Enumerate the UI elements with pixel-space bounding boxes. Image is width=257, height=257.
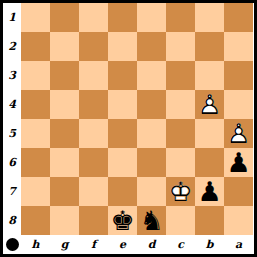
square-f8[interactable] [79, 206, 108, 235]
square-g1[interactable] [50, 3, 79, 32]
square-g2[interactable] [50, 32, 79, 61]
file-label-b: b [195, 235, 224, 253]
white-king-outline: ♔ [168, 176, 192, 207]
square-f3[interactable] [79, 61, 108, 90]
square-g4[interactable] [50, 90, 79, 119]
rank-label-6: 6 [3, 148, 21, 177]
file-labels: hgfedcba [21, 235, 253, 253]
file-label-d: d [137, 235, 166, 253]
square-b6[interactable] [195, 148, 224, 177]
black-knight-d8[interactable]: ♞ [137, 206, 166, 235]
square-h8[interactable] [21, 206, 50, 235]
square-d6[interactable] [137, 148, 166, 177]
white-pawn-b4[interactable]: ♟♙ [195, 90, 224, 119]
file-label-f: f [79, 235, 108, 253]
square-c8[interactable] [166, 206, 195, 235]
board: ♟♙♟♙♟♚♔♟♚♞ [21, 3, 253, 235]
square-a4[interactable] [224, 90, 253, 119]
square-g3[interactable] [50, 61, 79, 90]
rank-label-4: 4 [3, 90, 21, 119]
file-label-c: c [166, 235, 195, 253]
diagram-inner: 12345678 ♟♙♟♙♟♚♔♟♚♞ hgfedcba [3, 3, 254, 254]
square-a6[interactable]: ♟ [224, 148, 253, 177]
square-h4[interactable] [21, 90, 50, 119]
square-e6[interactable] [108, 148, 137, 177]
square-e3[interactable] [108, 61, 137, 90]
square-f2[interactable] [79, 32, 108, 61]
black-pawn-b7[interactable]: ♟ [195, 177, 224, 206]
chess-diagram: 12345678 ♟♙♟♙♟♚♔♟♚♞ hgfedcba [0, 0, 257, 257]
move-indicator-area [3, 235, 21, 253]
white-pawn-a5[interactable]: ♟♙ [224, 119, 253, 148]
square-h3[interactable] [21, 61, 50, 90]
square-d5[interactable] [137, 119, 166, 148]
square-b4[interactable]: ♟♙ [195, 90, 224, 119]
rank-labels: 12345678 [3, 3, 21, 235]
rank-label-5: 5 [3, 119, 21, 148]
black-pawn-a6[interactable]: ♟ [224, 148, 253, 177]
white-pawn-outline: ♙ [197, 89, 221, 120]
square-d7[interactable] [137, 177, 166, 206]
square-a7[interactable] [224, 177, 253, 206]
square-g5[interactable] [50, 119, 79, 148]
file-label-h: h [21, 235, 50, 253]
square-h6[interactable] [21, 148, 50, 177]
square-g7[interactable] [50, 177, 79, 206]
square-h1[interactable] [21, 3, 50, 32]
square-a5[interactable]: ♟♙ [224, 119, 253, 148]
square-d2[interactable] [137, 32, 166, 61]
square-b1[interactable] [195, 3, 224, 32]
square-a1[interactable] [224, 3, 253, 32]
square-b3[interactable] [195, 61, 224, 90]
rank-label-8: 8 [3, 206, 21, 235]
square-d3[interactable] [137, 61, 166, 90]
square-b7[interactable]: ♟ [195, 177, 224, 206]
white-king-c7[interactable]: ♚♔ [166, 177, 195, 206]
square-h2[interactable] [21, 32, 50, 61]
square-c3[interactable] [166, 61, 195, 90]
square-c1[interactable] [166, 3, 195, 32]
square-f5[interactable] [79, 119, 108, 148]
square-c4[interactable] [166, 90, 195, 119]
square-e1[interactable] [108, 3, 137, 32]
square-d1[interactable] [137, 3, 166, 32]
square-d8[interactable]: ♞ [137, 206, 166, 235]
square-h7[interactable] [21, 177, 50, 206]
square-b2[interactable] [195, 32, 224, 61]
square-b5[interactable] [195, 119, 224, 148]
file-label-a: a [224, 235, 253, 253]
file-label-g: g [50, 235, 79, 253]
square-g8[interactable] [50, 206, 79, 235]
white-pawn-outline: ♙ [226, 118, 250, 149]
file-label-e: e [108, 235, 137, 253]
rank-label-7: 7 [3, 177, 21, 206]
rank-label-1: 1 [3, 3, 21, 32]
square-c7[interactable]: ♚♔ [166, 177, 195, 206]
square-g6[interactable] [50, 148, 79, 177]
square-e7[interactable] [108, 177, 137, 206]
square-f7[interactable] [79, 177, 108, 206]
square-f4[interactable] [79, 90, 108, 119]
square-f1[interactable] [79, 3, 108, 32]
square-e8[interactable]: ♚ [108, 206, 137, 235]
square-c6[interactable] [166, 148, 195, 177]
black-to-move-indicator-icon [6, 238, 19, 251]
square-c5[interactable] [166, 119, 195, 148]
square-f6[interactable] [79, 148, 108, 177]
square-e2[interactable] [108, 32, 137, 61]
square-h5[interactable] [21, 119, 50, 148]
square-e5[interactable] [108, 119, 137, 148]
square-a8[interactable] [224, 206, 253, 235]
square-d4[interactable] [137, 90, 166, 119]
square-e4[interactable] [108, 90, 137, 119]
square-b8[interactable] [195, 206, 224, 235]
square-c2[interactable] [166, 32, 195, 61]
square-a3[interactable] [224, 61, 253, 90]
black-king-e8[interactable]: ♚ [108, 206, 137, 235]
rank-label-2: 2 [3, 32, 21, 61]
rank-label-3: 3 [3, 61, 21, 90]
square-a2[interactable] [224, 32, 253, 61]
